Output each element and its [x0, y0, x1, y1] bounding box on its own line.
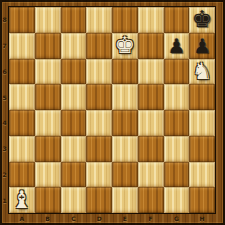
square-g8[interactable] — [164, 7, 190, 33]
square-d7[interactable] — [86, 33, 112, 59]
square-g4[interactable] — [164, 110, 190, 136]
square-c5[interactable] — [61, 84, 87, 110]
square-d8[interactable] — [86, 7, 112, 33]
black-pawn[interactable]: ♟ — [167, 36, 185, 56]
square-h8[interactable]: ♚ — [189, 7, 215, 33]
square-b2[interactable] — [35, 162, 61, 188]
black-king[interactable]: ♚ — [192, 8, 213, 31]
file-label-e: E — [112, 213, 138, 224]
square-b6[interactable] — [35, 59, 61, 85]
square-c2[interactable] — [61, 162, 87, 188]
square-f6[interactable] — [138, 59, 164, 85]
rank-label-5: 5 — [0, 84, 9, 110]
square-c8[interactable] — [61, 7, 87, 33]
square-a3[interactable] — [9, 136, 35, 162]
square-d5[interactable] — [86, 84, 112, 110]
file-label-a: A — [9, 213, 35, 224]
square-e4[interactable] — [112, 110, 138, 136]
square-a4[interactable] — [9, 110, 35, 136]
file-label-d: D — [86, 213, 112, 224]
square-e3[interactable] — [112, 136, 138, 162]
square-c7[interactable] — [61, 33, 87, 59]
square-f3[interactable] — [138, 136, 164, 162]
square-b8[interactable] — [35, 7, 61, 33]
square-a1[interactable]: ♝ — [9, 187, 35, 213]
square-f1[interactable] — [138, 187, 164, 213]
file-label-f: F — [138, 213, 164, 224]
white-king[interactable]: ♚ — [115, 34, 136, 57]
square-g2[interactable] — [164, 162, 190, 188]
square-h2[interactable] — [189, 162, 215, 188]
square-b4[interactable] — [35, 110, 61, 136]
square-h6[interactable]: ♞ — [189, 59, 215, 85]
square-b7[interactable] — [35, 33, 61, 59]
square-b5[interactable] — [35, 84, 61, 110]
square-g3[interactable] — [164, 136, 190, 162]
square-g1[interactable] — [164, 187, 190, 213]
square-a8[interactable] — [9, 7, 35, 33]
square-f2[interactable] — [138, 162, 164, 188]
square-f4[interactable] — [138, 110, 164, 136]
square-d3[interactable] — [86, 136, 112, 162]
file-label-c: C — [61, 213, 87, 224]
file-label-g: G — [164, 213, 190, 224]
square-d2[interactable] — [86, 162, 112, 188]
square-d4[interactable] — [86, 110, 112, 136]
rank-label-7: 7 — [0, 33, 9, 59]
square-b1[interactable] — [35, 187, 61, 213]
square-c1[interactable] — [61, 187, 87, 213]
square-e2[interactable] — [112, 162, 138, 188]
rank-label-4: 4 — [0, 110, 9, 136]
square-f8[interactable] — [138, 7, 164, 33]
square-h4[interactable] — [189, 110, 215, 136]
square-a6[interactable] — [9, 59, 35, 85]
square-c6[interactable] — [61, 59, 87, 85]
square-e6[interactable] — [112, 59, 138, 85]
rank-label-2: 2 — [0, 162, 9, 188]
white-knight[interactable]: ♞ — [192, 60, 213, 83]
square-f7[interactable] — [138, 33, 164, 59]
square-c3[interactable] — [61, 136, 87, 162]
square-h7[interactable]: ♟ — [189, 33, 215, 59]
chess-board-frame: ♚♚♟♟♞♝ 87654321 ABCDEFGH — [0, 0, 225, 225]
square-h1[interactable] — [189, 187, 215, 213]
square-a2[interactable] — [9, 162, 35, 188]
square-g7[interactable]: ♟ — [164, 33, 190, 59]
chess-board: ♚♚♟♟♞♝ — [9, 7, 215, 213]
square-e7[interactable]: ♚ — [112, 33, 138, 59]
square-g5[interactable] — [164, 84, 190, 110]
square-e8[interactable] — [112, 7, 138, 33]
rank-label-6: 6 — [0, 59, 9, 85]
square-d1[interactable] — [86, 187, 112, 213]
rank-label-3: 3 — [0, 136, 9, 162]
square-e5[interactable] — [112, 84, 138, 110]
square-d6[interactable] — [86, 59, 112, 85]
square-a7[interactable] — [9, 33, 35, 59]
square-h5[interactable] — [189, 84, 215, 110]
black-pawn[interactable]: ♟ — [193, 36, 211, 56]
square-e1[interactable] — [112, 187, 138, 213]
file-label-b: B — [35, 213, 61, 224]
square-f5[interactable] — [138, 84, 164, 110]
square-b3[interactable] — [35, 136, 61, 162]
white-bishop[interactable]: ♝ — [11, 188, 33, 212]
square-a5[interactable] — [9, 84, 35, 110]
rank-label-8: 8 — [0, 7, 9, 33]
square-g6[interactable] — [164, 59, 190, 85]
square-h3[interactable] — [189, 136, 215, 162]
rank-label-1: 1 — [0, 187, 9, 213]
file-label-h: H — [189, 213, 215, 224]
square-c4[interactable] — [61, 110, 87, 136]
